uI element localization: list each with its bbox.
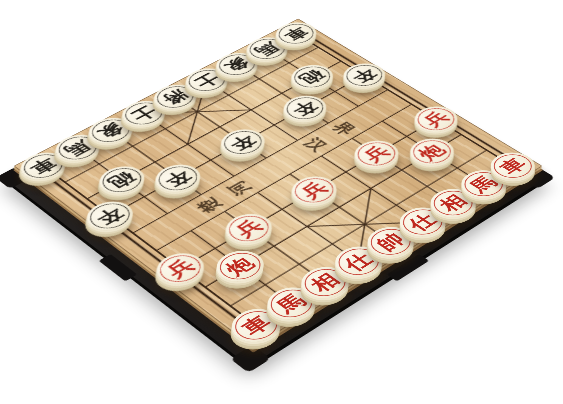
- black-horse-glyph: 馬: [251, 40, 282, 58]
- red-advisor-glyph: 仕: [405, 211, 440, 233]
- black-soldier-glyph: 卒: [348, 66, 380, 85]
- red-chariot-glyph: 車: [496, 156, 530, 177]
- red-cannon-glyph: 炮: [415, 142, 449, 163]
- black-elephant-glyph: 象: [221, 56, 253, 74]
- black-soldier-glyph: 卒: [288, 98, 321, 117]
- black-chariot-glyph: 車: [26, 156, 60, 177]
- red-elephant-glyph: 相: [307, 271, 343, 295]
- red-general-glyph: 帥: [373, 230, 409, 253]
- black-chariot-glyph: 車: [281, 25, 312, 43]
- xiangqi-board[interactable]: 楚 河 汉 界 車馬象士將士象馬車砲砲卒卒卒卒卒兵兵兵兵兵炮炮車馬相仕帥仕相馬車: [14, 19, 543, 348]
- black-horse-glyph: 馬: [61, 138, 95, 158]
- river-char-jie: 界: [328, 119, 360, 138]
- red-soldier-glyph: 兵: [231, 217, 266, 240]
- black-soldier-glyph: 卒: [92, 205, 127, 227]
- product-photo-stage: 楚 河 汉 界 車馬象士將士象馬車砲砲卒卒卒卒卒兵兵兵兵兵炮炮車馬相仕帥仕相馬車: [0, 0, 563, 404]
- black-advisor-glyph: 士: [127, 104, 160, 124]
- base-side-tab: [99, 254, 138, 281]
- black-soldier-glyph: 卒: [161, 168, 195, 189]
- river-inscription: 楚 河 汉 界: [191, 119, 361, 217]
- river-char-han: 汉: [299, 134, 333, 154]
- base-foot-bottom-corner: [230, 345, 271, 373]
- red-elephant-glyph: 相: [436, 192, 471, 214]
- black-cannon-glyph: 砲: [296, 68, 328, 87]
- black-elephant-glyph: 象: [94, 121, 127, 141]
- red-horse-glyph: 馬: [273, 291, 310, 316]
- red-cannon-glyph: 炮: [222, 255, 258, 279]
- red-advisor-glyph: 仕: [340, 250, 376, 274]
- red-soldier-glyph: 兵: [297, 180, 331, 202]
- black-general-glyph: 將: [159, 87, 191, 106]
- black-soldier-glyph: 卒: [226, 132, 259, 152]
- red-soldier-glyph: 兵: [162, 257, 198, 281]
- black-advisor-glyph: 士: [190, 71, 222, 90]
- red-chariot-glyph: 車: [237, 313, 274, 338]
- red-soldier-glyph: 兵: [360, 144, 394, 165]
- red-horse-glyph: 馬: [466, 174, 500, 195]
- black-cannon-glyph: 砲: [104, 170, 138, 191]
- red-soldier-glyph: 兵: [420, 109, 453, 129]
